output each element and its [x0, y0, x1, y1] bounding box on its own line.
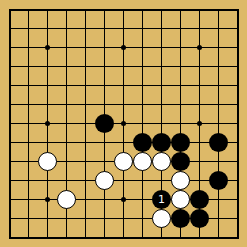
point-9-5[interactable]	[152, 76, 171, 95]
white-stone	[95, 171, 114, 190]
point-1-11[interactable]	[0, 190, 19, 209]
point-5-12[interactable]	[76, 209, 95, 228]
point-10-11[interactable]	[171, 190, 190, 209]
point-2-4[interactable]	[19, 57, 38, 76]
go-diagram: 1	[0, 0, 247, 247]
point-10-6[interactable]	[171, 95, 190, 114]
point-12-7[interactable]	[209, 114, 228, 133]
point-2-1[interactable]	[19, 0, 38, 19]
point-12-13[interactable]	[209, 228, 228, 247]
point-12-2[interactable]	[209, 19, 228, 38]
point-5-7[interactable]	[76, 114, 95, 133]
point-6-12[interactable]	[95, 209, 114, 228]
white-stone	[38, 152, 57, 171]
point-8-2[interactable]	[133, 19, 152, 38]
point-11-3[interactable]	[190, 38, 209, 57]
point-2-9[interactable]	[19, 152, 38, 171]
point-7-4[interactable]	[114, 57, 133, 76]
point-2-7[interactable]	[19, 114, 38, 133]
point-13-13[interactable]	[228, 228, 247, 247]
point-12-8[interactable]	[209, 133, 228, 152]
point-5-4[interactable]	[76, 57, 95, 76]
black-stone	[209, 171, 228, 190]
point-5-6[interactable]	[76, 95, 95, 114]
point-5-13[interactable]	[76, 228, 95, 247]
point-3-4[interactable]	[38, 57, 57, 76]
point-8-10[interactable]	[133, 171, 152, 190]
point-8-1[interactable]	[133, 0, 152, 19]
point-7-3[interactable]	[114, 38, 133, 57]
point-6-13[interactable]	[95, 228, 114, 247]
point-10-5[interactable]	[171, 76, 190, 95]
point-10-13[interactable]	[171, 228, 190, 247]
point-1-2[interactable]	[0, 19, 19, 38]
point-10-7[interactable]	[171, 114, 190, 133]
point-5-2[interactable]	[76, 19, 95, 38]
point-6-10[interactable]	[95, 171, 114, 190]
point-1-12[interactable]	[0, 209, 19, 228]
point-1-4[interactable]	[0, 57, 19, 76]
point-5-8[interactable]	[76, 133, 95, 152]
point-9-3[interactable]	[152, 38, 171, 57]
point-9-1[interactable]	[152, 0, 171, 19]
star-point	[197, 121, 202, 126]
point-9-2[interactable]	[152, 19, 171, 38]
point-5-10[interactable]	[76, 171, 95, 190]
point-11-12[interactable]	[190, 209, 209, 228]
point-3-2[interactable]	[38, 19, 57, 38]
point-5-3[interactable]	[76, 38, 95, 57]
point-3-1[interactable]	[38, 0, 57, 19]
black-stone	[171, 209, 190, 228]
black-stone	[133, 133, 152, 152]
point-6-8[interactable]	[95, 133, 114, 152]
point-2-10[interactable]	[19, 171, 38, 190]
point-1-1[interactable]	[0, 0, 19, 19]
star-point	[45, 121, 50, 126]
point-13-8[interactable]	[228, 133, 247, 152]
point-3-12[interactable]	[38, 209, 57, 228]
point-7-8[interactable]	[114, 133, 133, 152]
point-4-12[interactable]	[57, 209, 76, 228]
point-9-6[interactable]	[152, 95, 171, 114]
point-6-7[interactable]	[95, 114, 114, 133]
point-6-4[interactable]	[95, 57, 114, 76]
point-9-8[interactable]	[152, 133, 171, 152]
point-10-8[interactable]	[171, 133, 190, 152]
white-stone	[152, 152, 171, 171]
point-5-9[interactable]	[76, 152, 95, 171]
point-7-12[interactable]	[114, 209, 133, 228]
point-12-4[interactable]	[209, 57, 228, 76]
star-point	[45, 45, 50, 50]
point-10-10[interactable]	[171, 171, 190, 190]
point-10-12[interactable]	[171, 209, 190, 228]
black-stone	[209, 133, 228, 152]
white-stone	[171, 171, 190, 190]
point-8-7[interactable]	[133, 114, 152, 133]
point-3-6[interactable]	[38, 95, 57, 114]
point-3-11[interactable]	[38, 190, 57, 209]
point-10-2[interactable]	[171, 19, 190, 38]
point-10-1[interactable]	[171, 0, 190, 19]
point-8-12[interactable]	[133, 209, 152, 228]
point-13-2[interactable]	[228, 19, 247, 38]
point-13-12[interactable]	[228, 209, 247, 228]
point-3-5[interactable]	[38, 76, 57, 95]
white-stone	[57, 190, 76, 209]
point-8-13[interactable]	[133, 228, 152, 247]
point-6-6[interactable]	[95, 95, 114, 114]
point-1-13[interactable]	[0, 228, 19, 247]
point-3-3[interactable]	[38, 38, 57, 57]
point-12-3[interactable]	[209, 38, 228, 57]
point-11-8[interactable]	[190, 133, 209, 152]
point-3-13[interactable]	[38, 228, 57, 247]
point-8-8[interactable]	[133, 133, 152, 152]
point-9-9[interactable]	[152, 152, 171, 171]
point-10-4[interactable]	[171, 57, 190, 76]
white-stone	[114, 152, 133, 171]
point-4-5[interactable]	[57, 76, 76, 95]
point-2-6[interactable]	[19, 95, 38, 114]
point-13-11[interactable]	[228, 190, 247, 209]
point-7-11[interactable]	[114, 190, 133, 209]
point-3-8[interactable]	[38, 133, 57, 152]
point-2-11[interactable]	[19, 190, 38, 209]
star-point	[197, 45, 202, 50]
black-stone	[171, 152, 190, 171]
point-12-1[interactable]	[209, 0, 228, 19]
point-11-4[interactable]	[190, 57, 209, 76]
point-13-7[interactable]	[228, 114, 247, 133]
black-stone	[190, 209, 209, 228]
point-4-3[interactable]	[57, 38, 76, 57]
point-11-13[interactable]	[190, 228, 209, 247]
point-12-10[interactable]	[209, 171, 228, 190]
point-7-7[interactable]	[114, 114, 133, 133]
point-8-5[interactable]	[133, 76, 152, 95]
point-11-11[interactable]	[190, 190, 209, 209]
point-11-1[interactable]	[190, 0, 209, 19]
point-2-8[interactable]	[19, 133, 38, 152]
star-point	[197, 197, 202, 202]
black-stone	[171, 133, 190, 152]
point-9-4[interactable]	[152, 57, 171, 76]
point-13-6[interactable]	[228, 95, 247, 114]
point-4-8[interactable]	[57, 133, 76, 152]
point-11-5[interactable]	[190, 76, 209, 95]
point-7-1[interactable]	[114, 0, 133, 19]
point-2-3[interactable]	[19, 38, 38, 57]
point-3-7[interactable]	[38, 114, 57, 133]
point-9-11[interactable]: 1	[152, 190, 171, 209]
point-1-7[interactable]	[0, 114, 19, 133]
point-1-10[interactable]	[0, 171, 19, 190]
point-1-3[interactable]	[0, 38, 19, 57]
point-10-9[interactable]	[171, 152, 190, 171]
point-7-2[interactable]	[114, 19, 133, 38]
point-9-7[interactable]	[152, 114, 171, 133]
point-13-5[interactable]	[228, 76, 247, 95]
point-12-6[interactable]	[209, 95, 228, 114]
point-9-10[interactable]	[152, 171, 171, 190]
point-6-11[interactable]	[95, 190, 114, 209]
point-13-10[interactable]	[228, 171, 247, 190]
point-4-10[interactable]	[57, 171, 76, 190]
star-point	[121, 197, 126, 202]
point-8-4[interactable]	[133, 57, 152, 76]
white-stone	[152, 209, 171, 228]
black-stone: 1	[152, 190, 171, 209]
point-5-1[interactable]	[76, 0, 95, 19]
point-9-13[interactable]	[152, 228, 171, 247]
point-13-1[interactable]	[228, 0, 247, 19]
point-4-1[interactable]	[57, 0, 76, 19]
point-12-11[interactable]	[209, 190, 228, 209]
point-1-8[interactable]	[0, 133, 19, 152]
star-point	[121, 45, 126, 50]
point-7-5[interactable]	[114, 76, 133, 95]
black-stone	[95, 114, 114, 133]
point-13-3[interactable]	[228, 38, 247, 57]
point-9-12[interactable]	[152, 209, 171, 228]
white-stone	[171, 190, 190, 209]
point-4-13[interactable]	[57, 228, 76, 247]
point-11-2[interactable]	[190, 19, 209, 38]
point-4-9[interactable]	[57, 152, 76, 171]
point-12-12[interactable]	[209, 209, 228, 228]
point-7-10[interactable]	[114, 171, 133, 190]
go-board: 1	[0, 0, 247, 247]
point-1-6[interactable]	[0, 95, 19, 114]
point-12-5[interactable]	[209, 76, 228, 95]
point-5-11[interactable]	[76, 190, 95, 209]
point-3-10[interactable]	[38, 171, 57, 190]
point-8-11[interactable]	[133, 190, 152, 209]
point-4-4[interactable]	[57, 57, 76, 76]
point-5-5[interactable]	[76, 76, 95, 95]
star-point	[45, 197, 50, 202]
point-2-12[interactable]	[19, 209, 38, 228]
black-stone	[152, 133, 171, 152]
star-point	[121, 121, 126, 126]
point-7-6[interactable]	[114, 95, 133, 114]
point-4-6[interactable]	[57, 95, 76, 114]
point-4-11[interactable]	[57, 190, 76, 209]
point-11-10[interactable]	[190, 171, 209, 190]
point-11-6[interactable]	[190, 95, 209, 114]
white-stone	[133, 152, 152, 171]
point-4-7[interactable]	[57, 114, 76, 133]
point-6-3[interactable]	[95, 38, 114, 57]
point-2-5[interactable]	[19, 76, 38, 95]
point-1-9[interactable]	[0, 152, 19, 171]
point-11-7[interactable]	[190, 114, 209, 133]
point-8-9[interactable]	[133, 152, 152, 171]
point-4-2[interactable]	[57, 19, 76, 38]
point-8-3[interactable]	[133, 38, 152, 57]
point-6-9[interactable]	[95, 152, 114, 171]
move-number-label: 1	[158, 194, 165, 205]
point-2-13[interactable]	[19, 228, 38, 247]
point-8-6[interactable]	[133, 95, 152, 114]
point-3-9[interactable]	[38, 152, 57, 171]
point-6-1[interactable]	[95, 0, 114, 19]
point-13-9[interactable]	[228, 152, 247, 171]
point-2-2[interactable]	[19, 19, 38, 38]
point-10-3[interactable]	[171, 38, 190, 57]
point-1-5[interactable]	[0, 76, 19, 95]
point-7-13[interactable]	[114, 228, 133, 247]
point-6-5[interactable]	[95, 76, 114, 95]
point-6-2[interactable]	[95, 19, 114, 38]
point-11-9[interactable]	[190, 152, 209, 171]
point-12-9[interactable]	[209, 152, 228, 171]
point-7-9[interactable]	[114, 152, 133, 171]
point-13-4[interactable]	[228, 57, 247, 76]
